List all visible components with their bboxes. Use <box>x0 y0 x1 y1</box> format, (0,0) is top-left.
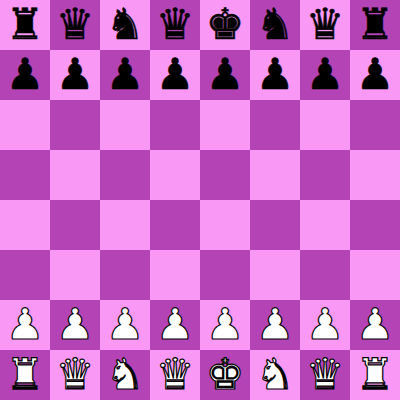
piece-white-rook: ♜ <box>6 349 45 399</box>
square-g8[interactable]: ♛ <box>300 0 350 50</box>
square-e6[interactable] <box>200 100 250 150</box>
square-c5[interactable] <box>100 150 150 200</box>
square-g2[interactable]: ♟ <box>300 300 350 350</box>
square-e1[interactable]: ♚ <box>200 350 250 400</box>
square-b7[interactable]: ♟ <box>50 50 100 100</box>
piece-black-queen: ♛ <box>306 0 345 49</box>
piece-black-queen: ♛ <box>156 0 195 49</box>
square-e5[interactable] <box>200 150 250 200</box>
square-f7[interactable]: ♟ <box>250 50 300 100</box>
square-c8[interactable]: ♞ <box>100 0 150 50</box>
piece-white-queen: ♛ <box>306 349 345 399</box>
square-d1[interactable]: ♛ <box>150 350 200 400</box>
piece-black-pawn: ♟ <box>106 49 145 99</box>
square-e3[interactable] <box>200 250 250 300</box>
square-h2[interactable]: ♟ <box>350 300 400 350</box>
square-a4[interactable] <box>0 200 50 250</box>
square-d7[interactable]: ♟ <box>150 50 200 100</box>
square-a5[interactable] <box>0 150 50 200</box>
square-d6[interactable] <box>150 100 200 150</box>
piece-black-pawn: ♟ <box>256 49 295 99</box>
square-h4[interactable] <box>350 200 400 250</box>
piece-white-knight: ♞ <box>106 349 145 399</box>
square-a6[interactable] <box>0 100 50 150</box>
square-c7[interactable]: ♟ <box>100 50 150 100</box>
square-h3[interactable] <box>350 250 400 300</box>
square-a8[interactable]: ♜ <box>0 0 50 50</box>
square-b3[interactable] <box>50 250 100 300</box>
square-g1[interactable]: ♛ <box>300 350 350 400</box>
piece-white-queen: ♛ <box>56 349 95 399</box>
chess-board-wrapper: ♜♛♞♛♚♞♛♜♟♟♟♟♟♟♟♟♟♟♟♟♟♟♟♟♜♛♞♛♚♞♛♜ <box>0 0 400 400</box>
square-f4[interactable] <box>250 200 300 250</box>
piece-black-pawn: ♟ <box>206 49 245 99</box>
square-h5[interactable] <box>350 150 400 200</box>
square-f5[interactable] <box>250 150 300 200</box>
square-e4[interactable] <box>200 200 250 250</box>
square-h1[interactable]: ♜ <box>350 350 400 400</box>
square-b5[interactable] <box>50 150 100 200</box>
square-f2[interactable]: ♟ <box>250 300 300 350</box>
square-d5[interactable] <box>150 150 200 200</box>
square-g7[interactable]: ♟ <box>300 50 350 100</box>
piece-white-pawn: ♟ <box>106 299 145 349</box>
piece-white-pawn: ♟ <box>256 299 295 349</box>
square-d4[interactable] <box>150 200 200 250</box>
square-a1[interactable]: ♜ <box>0 350 50 400</box>
square-b2[interactable]: ♟ <box>50 300 100 350</box>
piece-white-pawn: ♟ <box>56 299 95 349</box>
piece-white-pawn: ♟ <box>206 299 245 349</box>
square-b8[interactable]: ♛ <box>50 0 100 50</box>
square-c3[interactable] <box>100 250 150 300</box>
piece-black-king: ♚ <box>206 0 245 49</box>
square-f3[interactable] <box>250 250 300 300</box>
square-a3[interactable] <box>0 250 50 300</box>
square-b6[interactable] <box>50 100 100 150</box>
square-h8[interactable]: ♜ <box>350 0 400 50</box>
piece-black-rook: ♜ <box>356 0 395 49</box>
piece-white-pawn: ♟ <box>156 299 195 349</box>
piece-white-rook: ♜ <box>356 349 395 399</box>
square-f8[interactable]: ♞ <box>250 0 300 50</box>
square-e2[interactable]: ♟ <box>200 300 250 350</box>
piece-white-pawn: ♟ <box>6 299 45 349</box>
square-g6[interactable] <box>300 100 350 150</box>
square-d8[interactable]: ♛ <box>150 0 200 50</box>
square-c4[interactable] <box>100 200 150 250</box>
chess-board: ♜♛♞♛♚♞♛♜♟♟♟♟♟♟♟♟♟♟♟♟♟♟♟♟♜♛♞♛♚♞♛♜ <box>0 0 400 400</box>
square-f6[interactable] <box>250 100 300 150</box>
piece-white-knight: ♞ <box>256 349 295 399</box>
piece-black-rook: ♜ <box>6 0 45 49</box>
square-a2[interactable]: ♟ <box>0 300 50 350</box>
square-e7[interactable]: ♟ <box>200 50 250 100</box>
square-c2[interactable]: ♟ <box>100 300 150 350</box>
square-c6[interactable] <box>100 100 150 150</box>
piece-white-pawn: ♟ <box>306 299 345 349</box>
piece-white-queen: ♛ <box>156 349 195 399</box>
piece-black-pawn: ♟ <box>356 49 395 99</box>
square-e8[interactable]: ♚ <box>200 0 250 50</box>
square-h6[interactable] <box>350 100 400 150</box>
piece-black-knight: ♞ <box>256 0 295 49</box>
piece-black-pawn: ♟ <box>156 49 195 99</box>
square-h7[interactable]: ♟ <box>350 50 400 100</box>
square-a7[interactable]: ♟ <box>0 50 50 100</box>
piece-black-pawn: ♟ <box>56 49 95 99</box>
square-g4[interactable] <box>300 200 350 250</box>
square-g5[interactable] <box>300 150 350 200</box>
square-d3[interactable] <box>150 250 200 300</box>
piece-black-knight: ♞ <box>106 0 145 49</box>
square-d2[interactable]: ♟ <box>150 300 200 350</box>
piece-black-pawn: ♟ <box>306 49 345 99</box>
piece-white-pawn: ♟ <box>356 299 395 349</box>
square-b1[interactable]: ♛ <box>50 350 100 400</box>
piece-white-king: ♚ <box>206 349 245 399</box>
square-f1[interactable]: ♞ <box>250 350 300 400</box>
piece-black-queen: ♛ <box>56 0 95 49</box>
piece-black-pawn: ♟ <box>6 49 45 99</box>
square-g3[interactable] <box>300 250 350 300</box>
square-b4[interactable] <box>50 200 100 250</box>
square-c1[interactable]: ♞ <box>100 350 150 400</box>
